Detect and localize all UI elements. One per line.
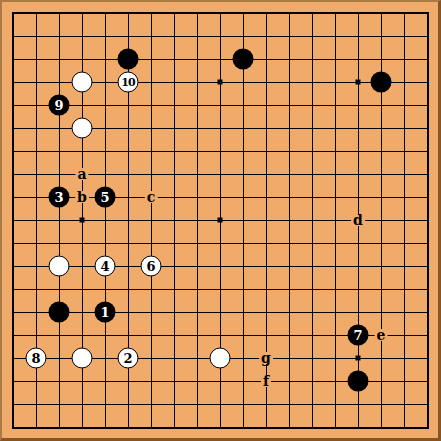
star-point <box>356 80 361 85</box>
point-label-b: b <box>75 191 89 203</box>
star-point <box>80 218 85 223</box>
stone-white-move-8: 8 <box>26 348 47 369</box>
move-number: 8 <box>31 352 40 365</box>
star-point <box>356 356 361 361</box>
move-number: 9 <box>54 99 63 112</box>
stone-white-move-4: 4 <box>95 256 116 277</box>
point-label-g: g <box>259 352 273 364</box>
stone-black <box>233 49 254 70</box>
stone-white <box>72 72 93 93</box>
stone-black <box>348 371 369 392</box>
stone-white-move-6: 6 <box>141 256 162 277</box>
stone-white <box>72 118 93 139</box>
stone-black-move-3: 3 <box>49 187 70 208</box>
move-number: 5 <box>100 191 109 204</box>
stone-white-move-10: 10 <box>118 72 139 93</box>
stone-white-move-2: 2 <box>118 348 139 369</box>
stone-white <box>72 348 93 369</box>
stone-black <box>371 72 392 93</box>
move-number: 3 <box>54 191 63 204</box>
star-point <box>218 218 223 223</box>
move-number: 2 <box>123 352 132 365</box>
stone-black-move-1: 1 <box>95 302 116 323</box>
star-point <box>218 80 223 85</box>
stone-white <box>210 348 231 369</box>
stone-black-move-7: 7 <box>348 325 369 346</box>
point-label-f: f <box>261 375 271 387</box>
move-number: 4 <box>100 260 109 273</box>
stone-white <box>49 256 70 277</box>
point-label-c: c <box>145 191 158 203</box>
go-board: 12345678910abcdefg <box>0 0 441 441</box>
point-label-e: e <box>375 329 388 341</box>
stone-black <box>118 49 139 70</box>
move-number: 6 <box>146 260 155 273</box>
move-number: 1 <box>100 306 109 319</box>
stone-black-move-5: 5 <box>95 187 116 208</box>
move-number: 10 <box>121 77 134 88</box>
point-label-a: a <box>75 168 88 180</box>
stone-black-move-9: 9 <box>49 95 70 116</box>
move-number: 7 <box>353 329 362 342</box>
point-label-d: d <box>351 214 365 226</box>
stone-black <box>49 302 70 323</box>
